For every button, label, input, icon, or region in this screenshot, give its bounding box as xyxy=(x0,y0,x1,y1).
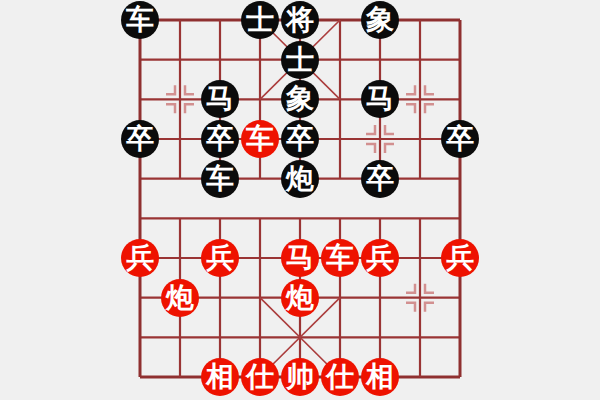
piece-red-soldier[interactable]: 兵 xyxy=(361,239,399,277)
piece-black-soldier[interactable]: 卒 xyxy=(121,120,159,158)
piece-red-general[interactable]: 帅 xyxy=(281,358,319,396)
piece-red-cannon[interactable]: 炮 xyxy=(161,279,199,317)
piece-red-horse[interactable]: 马 xyxy=(281,239,319,277)
piece-black-advisor[interactable]: 士 xyxy=(241,1,279,39)
piece-red-cannon[interactable]: 炮 xyxy=(281,279,319,317)
piece-red-advisor[interactable]: 仕 xyxy=(321,358,359,396)
piece-black-soldier[interactable]: 卒 xyxy=(281,120,319,158)
piece-black-horse[interactable]: 马 xyxy=(201,80,239,118)
piece-black-soldier[interactable]: 卒 xyxy=(361,160,399,198)
piece-black-chariot[interactable]: 车 xyxy=(201,160,239,198)
piece-black-elephant[interactable]: 象 xyxy=(361,1,399,39)
pieces-layer: 车士将象士马象马卒卒车卒卒车炮卒兵兵马车兵兵炮炮相仕帅仕相 xyxy=(0,0,600,400)
piece-black-elephant[interactable]: 象 xyxy=(281,80,319,118)
piece-black-soldier[interactable]: 卒 xyxy=(441,120,479,158)
piece-red-soldier[interactable]: 兵 xyxy=(121,239,159,277)
piece-red-chariot[interactable]: 车 xyxy=(241,120,279,158)
piece-black-horse[interactable]: 马 xyxy=(361,80,399,118)
piece-black-cannon[interactable]: 炮 xyxy=(281,160,319,198)
piece-red-chariot[interactable]: 车 xyxy=(321,239,359,277)
piece-black-soldier[interactable]: 卒 xyxy=(201,120,239,158)
piece-red-advisor[interactable]: 仕 xyxy=(241,358,279,396)
piece-black-advisor[interactable]: 士 xyxy=(281,41,319,79)
piece-black-chariot[interactable]: 车 xyxy=(121,1,159,39)
xiangqi-board-screen: 车士将象士马象马卒卒车卒卒车炮卒兵兵马车兵兵炮炮相仕帅仕相 xyxy=(0,0,600,400)
piece-red-soldier[interactable]: 兵 xyxy=(201,239,239,277)
piece-red-soldier[interactable]: 兵 xyxy=(441,239,479,277)
piece-red-elephant[interactable]: 相 xyxy=(361,358,399,396)
piece-red-elephant[interactable]: 相 xyxy=(201,358,239,396)
piece-black-general[interactable]: 将 xyxy=(281,1,319,39)
